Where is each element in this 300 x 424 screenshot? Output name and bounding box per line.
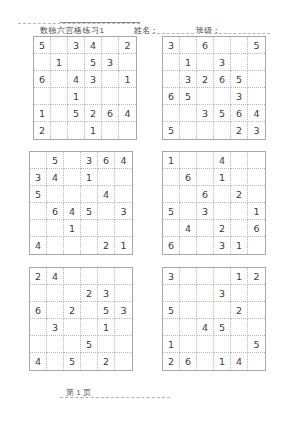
- sudoku-cell-empty[interactable]: [30, 336, 47, 353]
- sudoku-cell-empty[interactable]: [34, 88, 51, 105]
- sudoku-board-2: 3651332656533564523: [162, 36, 266, 140]
- sudoku-board-4: 146162531426631: [162, 151, 266, 255]
- sudoku-cell-given[interactable]: 3: [214, 285, 231, 302]
- sudoku-cell-empty[interactable]: [98, 220, 115, 237]
- sudoku-cell-empty[interactable]: [102, 88, 119, 105]
- sudoku-cell-given[interactable]: 3: [231, 88, 248, 105]
- sudoku-cell-given[interactable]: 6: [231, 105, 248, 122]
- sudoku-cell-given[interactable]: 1: [68, 88, 85, 105]
- sudoku-cell-empty[interactable]: [214, 268, 231, 285]
- sudoku-cell-empty[interactable]: [180, 203, 197, 220]
- sudoku-cell-empty[interactable]: [231, 203, 248, 220]
- sudoku-cell-given[interactable]: 1: [248, 203, 265, 220]
- sudoku-cell-given[interactable]: 1: [231, 268, 248, 285]
- sudoku-cell-empty[interactable]: [47, 237, 64, 254]
- sudoku-cell-given[interactable]: 1: [34, 105, 51, 122]
- sudoku-cell-given[interactable]: 3: [30, 169, 47, 186]
- sudoku-cell-given[interactable]: 5: [98, 302, 115, 319]
- sudoku-cell-given[interactable]: 6: [163, 237, 180, 254]
- sudoku-cell-empty[interactable]: [47, 353, 64, 370]
- sudoku-cell-empty[interactable]: [197, 302, 214, 319]
- sudoku-cell-empty[interactable]: [115, 169, 132, 186]
- sudoku-cell-given[interactable]: 4: [47, 268, 64, 285]
- sudoku-cell-given[interactable]: 5: [34, 37, 51, 54]
- sudoku-cell-empty[interactable]: [102, 71, 119, 88]
- sudoku-cell-empty[interactable]: [180, 186, 197, 203]
- sudoku-cell-given[interactable]: 5: [248, 336, 265, 353]
- sudoku-cell-given[interactable]: 6: [163, 88, 180, 105]
- sudoku-cell-empty[interactable]: [163, 186, 180, 203]
- sudoku-cell-empty[interactable]: [231, 285, 248, 302]
- sudoku-cell-empty[interactable]: [30, 319, 47, 336]
- sudoku-cell-empty[interactable]: [64, 285, 81, 302]
- sudoku-cell-empty[interactable]: [81, 319, 98, 336]
- sudoku-cell-given[interactable]: 2: [231, 302, 248, 319]
- sudoku-cell-given[interactable]: 2: [85, 105, 102, 122]
- sudoku-cell-empty[interactable]: [115, 353, 132, 370]
- sudoku-cell-empty[interactable]: [163, 54, 180, 71]
- sudoku-cell-given[interactable]: 6: [248, 220, 265, 237]
- sudoku-cell-given[interactable]: 2: [119, 37, 136, 54]
- sudoku-cell-given[interactable]: 6: [30, 302, 47, 319]
- sudoku-cell-given[interactable]: 1: [85, 122, 102, 139]
- sudoku-cell-empty[interactable]: [30, 203, 47, 220]
- sudoku-cell-empty[interactable]: [51, 105, 68, 122]
- sudoku-cell-given[interactable]: 6: [47, 203, 64, 220]
- sudoku-cell-empty[interactable]: [47, 302, 64, 319]
- sudoku-cell-empty[interactable]: [64, 169, 81, 186]
- sudoku-cell-empty[interactable]: [214, 186, 231, 203]
- sudoku-cell-given[interactable]: 3: [47, 319, 64, 336]
- sudoku-cell-given[interactable]: 1: [81, 169, 98, 186]
- sudoku-board-3: 53643415464531421: [29, 151, 133, 255]
- sudoku-cell-empty[interactable]: [248, 237, 265, 254]
- sudoku-cell-given[interactable]: 3: [197, 105, 214, 122]
- sudoku-cell-empty[interactable]: [248, 152, 265, 169]
- sudoku-cell-empty[interactable]: [248, 54, 265, 71]
- sudoku-cell-given[interactable]: 2: [34, 122, 51, 139]
- sudoku-cell-empty[interactable]: [119, 88, 136, 105]
- sudoku-cell-given[interactable]: 3: [197, 203, 214, 220]
- sudoku-cell-empty[interactable]: [30, 152, 47, 169]
- sudoku-cell-given[interactable]: 6: [102, 105, 119, 122]
- sudoku-cell-given[interactable]: 2: [64, 302, 81, 319]
- sudoku-cell-given[interactable]: 2: [81, 285, 98, 302]
- header-solid-rule: [60, 22, 140, 23]
- sudoku-cell-empty[interactable]: [64, 268, 81, 285]
- sudoku-cell-given[interactable]: 5: [85, 54, 102, 71]
- sudoku-cell-given[interactable]: 2: [163, 353, 180, 370]
- sudoku-cell-empty[interactable]: [119, 122, 136, 139]
- sudoku-cell-empty[interactable]: [64, 237, 81, 254]
- sudoku-cell-given[interactable]: 5: [214, 105, 231, 122]
- sudoku-cell-empty[interactable]: [64, 319, 81, 336]
- sudoku-board-6: 31235245152614: [162, 267, 266, 371]
- sudoku-cell-empty[interactable]: [30, 220, 47, 237]
- sudoku-cell-given[interactable]: 5: [163, 203, 180, 220]
- header-dashed-rule: [18, 23, 140, 24]
- sudoku-cell-given[interactable]: 4: [248, 105, 265, 122]
- sudoku-cell-given[interactable]: 1: [115, 237, 132, 254]
- sudoku-cell-given[interactable]: 3: [180, 71, 197, 88]
- sudoku-cell-given[interactable]: 2: [98, 237, 115, 254]
- sudoku-cell-given[interactable]: 5: [248, 37, 265, 54]
- sudoku-cell-empty[interactable]: [180, 122, 197, 139]
- sudoku-cell-empty[interactable]: [47, 220, 64, 237]
- sudoku-cell-empty[interactable]: [115, 285, 132, 302]
- sudoku-cell-given[interactable]: 4: [85, 37, 102, 54]
- sudoku-cell-given[interactable]: 2: [231, 122, 248, 139]
- sudoku-cell-empty[interactable]: [163, 220, 180, 237]
- sudoku-cell-given[interactable]: 4: [180, 220, 197, 237]
- sudoku-cell-empty[interactable]: [197, 122, 214, 139]
- sudoku-cell-given[interactable]: 3: [115, 203, 132, 220]
- class-label: 班级：: [196, 25, 220, 36]
- sudoku-cell-given[interactable]: 1: [98, 319, 115, 336]
- sudoku-cell-empty[interactable]: [180, 237, 197, 254]
- sudoku-cell-empty[interactable]: [180, 268, 197, 285]
- sudoku-cell-given[interactable]: 1: [51, 54, 68, 71]
- sudoku-cell-empty[interactable]: [115, 220, 132, 237]
- sudoku-cell-given[interactable]: 3: [115, 302, 132, 319]
- sudoku-cell-empty[interactable]: [197, 54, 214, 71]
- sudoku-cell-empty[interactable]: [180, 285, 197, 302]
- sudoku-cell-empty[interactable]: [98, 203, 115, 220]
- sudoku-cell-given[interactable]: 1: [64, 220, 81, 237]
- sudoku-cell-empty[interactable]: [248, 302, 265, 319]
- sudoku-cell-given[interactable]: 5: [163, 122, 180, 139]
- sudoku-cell-empty[interactable]: [197, 88, 214, 105]
- sudoku-cell-empty[interactable]: [81, 186, 98, 203]
- sudoku-cell-empty[interactable]: [115, 186, 132, 203]
- sudoku-cell-given[interactable]: 3: [81, 152, 98, 169]
- worksheet-page: 数独六宫格练习1 姓名： 班级： 5342153643111526421 365…: [0, 0, 300, 424]
- sudoku-board-5: 24236253315452: [29, 267, 133, 371]
- sudoku-cell-empty[interactable]: [98, 336, 115, 353]
- footer-dashed-rule: [60, 397, 170, 398]
- sudoku-cell-empty[interactable]: [85, 88, 102, 105]
- sudoku-cell-empty[interactable]: [180, 302, 197, 319]
- sudoku-cell-empty[interactable]: [197, 152, 214, 169]
- sudoku-cell-empty[interactable]: [115, 336, 132, 353]
- sudoku-cell-empty[interactable]: [197, 353, 214, 370]
- sudoku-cell-given[interactable]: 3: [214, 237, 231, 254]
- class-blank-line: [214, 33, 270, 34]
- sudoku-cell-empty[interactable]: [231, 37, 248, 54]
- name-blank-line: [152, 33, 194, 34]
- sudoku-cell-given[interactable]: 4: [197, 319, 214, 336]
- sudoku-cell-empty[interactable]: [231, 152, 248, 169]
- sudoku-cell-given[interactable]: 3: [163, 268, 180, 285]
- sudoku-cell-given[interactable]: 6: [214, 71, 231, 88]
- sudoku-cell-given[interactable]: 3: [68, 37, 85, 54]
- sudoku-cell-empty[interactable]: [47, 186, 64, 203]
- sudoku-cell-given[interactable]: 1: [180, 54, 197, 71]
- sudoku-cell-given[interactable]: 5: [163, 302, 180, 319]
- sudoku-cell-empty[interactable]: [197, 169, 214, 186]
- sudoku-cell-empty[interactable]: [180, 152, 197, 169]
- sudoku-cell-given[interactable]: 3: [102, 54, 119, 71]
- sudoku-cell-empty[interactable]: [197, 285, 214, 302]
- sudoku-cell-given[interactable]: 4: [115, 152, 132, 169]
- sudoku-cell-given[interactable]: 6: [197, 37, 214, 54]
- sudoku-board-1: 5342153643111526421: [33, 36, 137, 140]
- sudoku-cell-empty[interactable]: [248, 71, 265, 88]
- sudoku-cell-given[interactable]: 1: [214, 169, 231, 186]
- sudoku-cell-empty[interactable]: [197, 220, 214, 237]
- sudoku-cell-given[interactable]: 5: [231, 71, 248, 88]
- sudoku-cell-empty[interactable]: [64, 336, 81, 353]
- sudoku-cell-empty[interactable]: [180, 105, 197, 122]
- sudoku-cell-given[interactable]: 5: [64, 353, 81, 370]
- sudoku-cell-empty[interactable]: [214, 37, 231, 54]
- sudoku-cell-given[interactable]: 2: [197, 71, 214, 88]
- sudoku-cell-empty[interactable]: [81, 220, 98, 237]
- sudoku-cell-empty[interactable]: [102, 37, 119, 54]
- sudoku-cell-given[interactable]: 3: [98, 285, 115, 302]
- sudoku-cell-empty[interactable]: [248, 285, 265, 302]
- sudoku-cell-given[interactable]: 2: [214, 220, 231, 237]
- sudoku-cell-given[interactable]: 3: [214, 54, 231, 71]
- sudoku-cell-given[interactable]: 5: [180, 88, 197, 105]
- sudoku-cell-empty[interactable]: [248, 169, 265, 186]
- sudoku-cell-empty[interactable]: [163, 71, 180, 88]
- sudoku-cell-given[interactable]: 3: [163, 37, 180, 54]
- sudoku-cell-empty[interactable]: [34, 54, 51, 71]
- sudoku-cell-empty[interactable]: [30, 285, 47, 302]
- sudoku-cell-empty[interactable]: [51, 122, 68, 139]
- sudoku-cell-empty[interactable]: [231, 220, 248, 237]
- sudoku-cell-given[interactable]: 1: [119, 71, 136, 88]
- sudoku-cell-given[interactable]: 2: [30, 268, 47, 285]
- sudoku-cell-given[interactable]: 4: [64, 203, 81, 220]
- sudoku-cell-empty[interactable]: [180, 37, 197, 54]
- sudoku-cell-given[interactable]: 4: [214, 152, 231, 169]
- sudoku-cell-empty[interactable]: [119, 54, 136, 71]
- sudoku-cell-empty[interactable]: [64, 186, 81, 203]
- sudoku-cell-given[interactable]: 4: [98, 186, 115, 203]
- sudoku-cell-given[interactable]: 6: [98, 152, 115, 169]
- sudoku-cell-empty[interactable]: [98, 268, 115, 285]
- sudoku-cell-empty[interactable]: [81, 237, 98, 254]
- sudoku-cell-empty[interactable]: [47, 336, 64, 353]
- sudoku-cell-empty[interactable]: [51, 88, 68, 105]
- sudoku-cell-given[interactable]: 1: [163, 152, 180, 169]
- sudoku-cell-empty[interactable]: [115, 319, 132, 336]
- sudoku-cell-empty[interactable]: [214, 336, 231, 353]
- sudoku-cell-given[interactable]: 1: [231, 237, 248, 254]
- sudoku-cell-given[interactable]: 5: [47, 152, 64, 169]
- sudoku-cell-empty[interactable]: [197, 237, 214, 254]
- sudoku-cell-empty[interactable]: [47, 285, 64, 302]
- sudoku-cell-empty[interactable]: [214, 203, 231, 220]
- sudoku-cell-empty[interactable]: [81, 353, 98, 370]
- sudoku-cell-empty[interactable]: [163, 169, 180, 186]
- sudoku-cell-given[interactable]: 3: [85, 71, 102, 88]
- sudoku-cell-given[interactable]: 4: [68, 71, 85, 88]
- sudoku-cell-empty[interactable]: [248, 319, 265, 336]
- sudoku-cell-empty[interactable]: [163, 319, 180, 336]
- sudoku-cell-empty[interactable]: [115, 268, 132, 285]
- page-title: 数独六宫格练习1: [40, 25, 104, 36]
- sudoku-cell-empty[interactable]: [102, 122, 119, 139]
- sudoku-cell-empty[interactable]: [64, 152, 81, 169]
- sudoku-cell-empty[interactable]: [98, 169, 115, 186]
- sudoku-cell-given[interactable]: 6: [180, 353, 197, 370]
- sudoku-cell-empty[interactable]: [163, 105, 180, 122]
- sudoku-cell-empty[interactable]: [231, 319, 248, 336]
- sudoku-cell-given[interactable]: 2: [248, 268, 265, 285]
- sudoku-cell-empty[interactable]: [197, 336, 214, 353]
- sudoku-cell-empty[interactable]: [248, 353, 265, 370]
- sudoku-cell-empty[interactable]: [248, 88, 265, 105]
- sudoku-cell-given[interactable]: 4: [30, 353, 47, 370]
- sudoku-cell-empty[interactable]: [214, 122, 231, 139]
- sudoku-cell-given[interactable]: 2: [98, 353, 115, 370]
- sudoku-cell-empty[interactable]: [214, 88, 231, 105]
- sudoku-cell-empty[interactable]: [51, 71, 68, 88]
- sudoku-cell-given[interactable]: 3: [248, 122, 265, 139]
- sudoku-cell-given[interactable]: 5: [81, 336, 98, 353]
- name-label: 姓名：: [134, 25, 158, 36]
- sudoku-cell-empty[interactable]: [81, 268, 98, 285]
- sudoku-cell-given[interactable]: 5: [68, 105, 85, 122]
- sudoku-cell-given[interactable]: 6: [180, 169, 197, 186]
- sudoku-cell-empty[interactable]: [231, 336, 248, 353]
- sudoku-cell-given[interactable]: 4: [119, 105, 136, 122]
- sudoku-cell-given[interactable]: 5: [81, 203, 98, 220]
- sudoku-cell-empty[interactable]: [197, 268, 214, 285]
- sudoku-cell-empty[interactable]: [68, 122, 85, 139]
- sudoku-cell-given[interactable]: 4: [30, 237, 47, 254]
- sudoku-cell-empty[interactable]: [248, 186, 265, 203]
- sudoku-cell-given[interactable]: 6: [34, 71, 51, 88]
- sudoku-cell-empty[interactable]: [163, 285, 180, 302]
- sudoku-cell-empty[interactable]: [68, 54, 85, 71]
- sudoku-cell-empty[interactable]: [231, 54, 248, 71]
- sudoku-cell-empty[interactable]: [81, 302, 98, 319]
- sudoku-cell-given[interactable]: 1: [163, 336, 180, 353]
- sudoku-cell-given[interactable]: 6: [197, 186, 214, 203]
- sudoku-cell-given[interactable]: 4: [47, 169, 64, 186]
- sudoku-cell-empty[interactable]: [180, 336, 197, 353]
- sudoku-cell-given[interactable]: 2: [231, 186, 248, 203]
- sudoku-cell-empty[interactable]: [180, 319, 197, 336]
- sudoku-cell-given[interactable]: 4: [231, 353, 248, 370]
- sudoku-cell-given[interactable]: 5: [214, 319, 231, 336]
- sudoku-cell-given[interactable]: 1: [214, 353, 231, 370]
- sudoku-cell-empty[interactable]: [214, 302, 231, 319]
- sudoku-cell-given[interactable]: 5: [30, 186, 47, 203]
- sudoku-cell-empty[interactable]: [51, 37, 68, 54]
- sudoku-cell-empty[interactable]: [231, 169, 248, 186]
